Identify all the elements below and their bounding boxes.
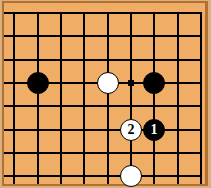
stone-white[interactable] xyxy=(97,72,119,94)
grid-hline xyxy=(4,59,202,61)
move-number-label: 1 xyxy=(151,123,158,137)
grid-vline xyxy=(200,12,202,184)
grid-vline xyxy=(13,12,15,184)
grid-vline xyxy=(60,12,62,184)
grid-vline xyxy=(177,12,179,184)
stone-black[interactable] xyxy=(27,72,49,94)
move-number-label: 2 xyxy=(128,123,135,137)
grid-hline xyxy=(4,175,202,177)
grid-vline xyxy=(130,12,132,184)
grid-vline xyxy=(83,12,85,184)
stone-black[interactable] xyxy=(143,72,165,94)
hoshi-marker xyxy=(128,80,134,86)
grid-hline xyxy=(4,129,202,131)
grid-hline xyxy=(4,105,202,107)
grid-hline xyxy=(4,35,202,37)
stone-white-move-2[interactable]: 2 xyxy=(120,119,142,141)
grid-hline xyxy=(4,12,202,14)
grid-vline xyxy=(153,12,155,184)
go-diagram: 21 xyxy=(0,0,211,188)
grid-hline xyxy=(4,152,202,154)
grid-vline xyxy=(107,12,109,184)
stone-white[interactable] xyxy=(120,165,142,187)
grid-vline xyxy=(37,12,39,184)
stone-black-move-1[interactable]: 1 xyxy=(143,119,165,141)
